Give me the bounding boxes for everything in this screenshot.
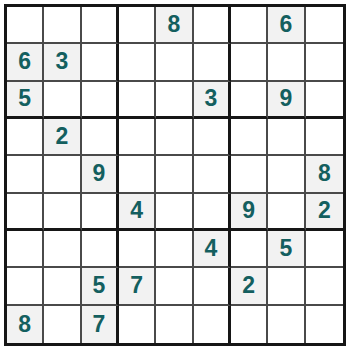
sudoku-board: 86635392984924557287	[4, 4, 346, 346]
cell-r1c1[interactable]	[7, 7, 44, 44]
cell-r4c5[interactable]	[156, 119, 193, 156]
cell-r1c4[interactable]	[119, 7, 156, 44]
cell-r4c6[interactable]	[194, 119, 231, 156]
cell-r5c9[interactable]: 8	[306, 156, 343, 193]
cell-r5c5[interactable]	[156, 156, 193, 193]
cell-r6c5[interactable]	[156, 194, 193, 231]
cell-r8c2[interactable]	[44, 268, 81, 305]
cell-r8c8[interactable]	[268, 268, 305, 305]
cell-r9c8[interactable]	[268, 306, 305, 343]
cell-r8c5[interactable]	[156, 268, 193, 305]
cell-r8c9[interactable]	[306, 268, 343, 305]
cell-r4c4[interactable]	[119, 119, 156, 156]
cell-r2c1[interactable]: 6	[7, 44, 44, 81]
cell-r4c8[interactable]	[268, 119, 305, 156]
cell-r4c3[interactable]	[82, 119, 119, 156]
cell-r3c5[interactable]	[156, 82, 193, 119]
cell-r1c2[interactable]	[44, 7, 81, 44]
cell-r4c2[interactable]: 2	[44, 119, 81, 156]
cell-r1c3[interactable]	[82, 7, 119, 44]
cell-r5c8[interactable]	[268, 156, 305, 193]
cell-r5c4[interactable]	[119, 156, 156, 193]
cell-r9c3[interactable]: 7	[82, 306, 119, 343]
cell-r9c1[interactable]: 8	[7, 306, 44, 343]
cell-r1c9[interactable]	[306, 7, 343, 44]
cell-r8c7[interactable]: 2	[231, 268, 268, 305]
cell-r3c4[interactable]	[119, 82, 156, 119]
cell-r7c9[interactable]	[306, 231, 343, 268]
cell-r3c3[interactable]	[82, 82, 119, 119]
cell-r7c1[interactable]	[7, 231, 44, 268]
cell-r2c6[interactable]	[194, 44, 231, 81]
cell-r9c2[interactable]	[44, 306, 81, 343]
cell-r6c4[interactable]: 4	[119, 194, 156, 231]
cell-r3c9[interactable]	[306, 82, 343, 119]
cell-r3c7[interactable]	[231, 82, 268, 119]
cell-r7c6[interactable]: 4	[194, 231, 231, 268]
cell-r2c5[interactable]	[156, 44, 193, 81]
cell-r1c6[interactable]	[194, 7, 231, 44]
cell-r3c6[interactable]: 3	[194, 82, 231, 119]
cell-r2c9[interactable]	[306, 44, 343, 81]
cell-r3c1[interactable]: 5	[7, 82, 44, 119]
cell-r6c3[interactable]	[82, 194, 119, 231]
cell-r5c3[interactable]: 9	[82, 156, 119, 193]
cell-r8c3[interactable]: 5	[82, 268, 119, 305]
cell-r7c2[interactable]	[44, 231, 81, 268]
cell-r3c2[interactable]	[44, 82, 81, 119]
page: 86635392984924557287	[0, 0, 350, 350]
cell-r4c9[interactable]	[306, 119, 343, 156]
cell-r1c7[interactable]	[231, 7, 268, 44]
cell-r6c7[interactable]: 9	[231, 194, 268, 231]
cell-r7c5[interactable]	[156, 231, 193, 268]
cell-r2c2[interactable]: 3	[44, 44, 81, 81]
cell-r3c8[interactable]: 9	[268, 82, 305, 119]
cell-r2c8[interactable]	[268, 44, 305, 81]
cell-r4c7[interactable]	[231, 119, 268, 156]
cell-r1c8[interactable]: 6	[268, 7, 305, 44]
cell-r7c7[interactable]	[231, 231, 268, 268]
cell-r7c3[interactable]	[82, 231, 119, 268]
cell-r8c1[interactable]	[7, 268, 44, 305]
cell-r1c5[interactable]: 8	[156, 7, 193, 44]
cell-r5c2[interactable]	[44, 156, 81, 193]
cell-r5c6[interactable]	[194, 156, 231, 193]
cell-r6c6[interactable]	[194, 194, 231, 231]
cell-r9c5[interactable]	[156, 306, 193, 343]
cell-r9c4[interactable]	[119, 306, 156, 343]
cell-r9c6[interactable]	[194, 306, 231, 343]
cell-r8c6[interactable]	[194, 268, 231, 305]
cell-r7c4[interactable]	[119, 231, 156, 268]
cell-r4c1[interactable]	[7, 119, 44, 156]
cell-r6c8[interactable]	[268, 194, 305, 231]
cell-r6c9[interactable]: 2	[306, 194, 343, 231]
cell-r2c4[interactable]	[119, 44, 156, 81]
cell-r5c1[interactable]	[7, 156, 44, 193]
cell-r2c7[interactable]	[231, 44, 268, 81]
cell-r9c7[interactable]	[231, 306, 268, 343]
cell-r2c3[interactable]	[82, 44, 119, 81]
cell-r6c1[interactable]	[7, 194, 44, 231]
cell-r6c2[interactable]	[44, 194, 81, 231]
cell-r9c9[interactable]	[306, 306, 343, 343]
cell-r5c7[interactable]	[231, 156, 268, 193]
cell-r7c8[interactable]: 5	[268, 231, 305, 268]
cell-r8c4[interactable]: 7	[119, 268, 156, 305]
